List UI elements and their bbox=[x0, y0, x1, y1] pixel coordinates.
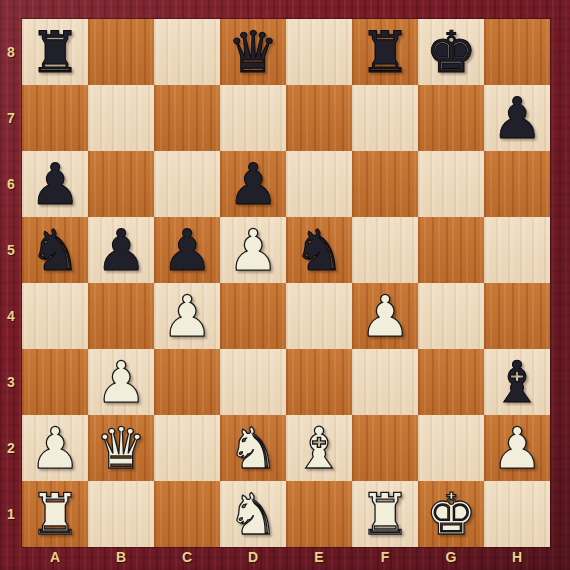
file-label-g: G bbox=[418, 546, 484, 570]
piece-white-rook-f1[interactable]: ♜ bbox=[359, 482, 410, 546]
square-b6[interactable] bbox=[88, 151, 154, 217]
piece-black-rook-a8[interactable]: ♜ bbox=[29, 20, 80, 84]
square-h5[interactable] bbox=[484, 217, 550, 283]
piece-white-rook-a1[interactable]: ♜ bbox=[29, 482, 80, 546]
rank-label-4: 4 bbox=[0, 283, 22, 349]
piece-white-queen-b2[interactable]: ♛ bbox=[95, 416, 146, 480]
square-c8[interactable] bbox=[154, 19, 220, 85]
square-d3[interactable] bbox=[220, 349, 286, 415]
piece-black-knight-e5[interactable]: ♞ bbox=[293, 218, 344, 282]
square-c1[interactable] bbox=[154, 481, 220, 547]
piece-black-pawn-a6[interactable]: ♟ bbox=[29, 152, 80, 216]
chess-board: ♜♛♜♚♟♟♟♞♟♟♟♞♟♟♟♝♟♛♞♝♟♜♞♜♚ bbox=[22, 19, 550, 547]
square-d2[interactable]: ♞ bbox=[220, 415, 286, 481]
square-h3[interactable]: ♝ bbox=[484, 349, 550, 415]
rank-label-3: 3 bbox=[0, 349, 22, 415]
file-label-b: B bbox=[88, 546, 154, 570]
square-f7[interactable] bbox=[352, 85, 418, 151]
file-label-a: A bbox=[22, 546, 88, 570]
square-d1[interactable]: ♞ bbox=[220, 481, 286, 547]
square-c6[interactable] bbox=[154, 151, 220, 217]
piece-white-pawn-a2[interactable]: ♟ bbox=[29, 416, 80, 480]
rank-label-6: 6 bbox=[0, 151, 22, 217]
square-f6[interactable] bbox=[352, 151, 418, 217]
square-c5[interactable]: ♟ bbox=[154, 217, 220, 283]
square-a8[interactable]: ♜ bbox=[22, 19, 88, 85]
square-e5[interactable]: ♞ bbox=[286, 217, 352, 283]
square-g3[interactable] bbox=[418, 349, 484, 415]
rank-label-8: 8 bbox=[0, 19, 22, 85]
square-a3[interactable] bbox=[22, 349, 88, 415]
square-f3[interactable] bbox=[352, 349, 418, 415]
square-d4[interactable] bbox=[220, 283, 286, 349]
square-e8[interactable] bbox=[286, 19, 352, 85]
square-d8[interactable]: ♛ bbox=[220, 19, 286, 85]
file-label-d: D bbox=[220, 546, 286, 570]
piece-black-king-g8[interactable]: ♚ bbox=[425, 20, 476, 84]
square-g6[interactable] bbox=[418, 151, 484, 217]
piece-black-bishop-h3[interactable]: ♝ bbox=[491, 350, 542, 414]
file-label-h: H bbox=[484, 546, 550, 570]
square-f8[interactable]: ♜ bbox=[352, 19, 418, 85]
piece-white-knight-d1[interactable]: ♞ bbox=[227, 482, 278, 546]
piece-black-queen-d8[interactable]: ♛ bbox=[227, 20, 278, 84]
square-d5[interactable]: ♟ bbox=[220, 217, 286, 283]
piece-black-rook-f8[interactable]: ♜ bbox=[359, 20, 410, 84]
piece-black-pawn-b5[interactable]: ♟ bbox=[95, 218, 146, 282]
square-e3[interactable] bbox=[286, 349, 352, 415]
square-g5[interactable] bbox=[418, 217, 484, 283]
file-label-c: C bbox=[154, 546, 220, 570]
square-a2[interactable]: ♟ bbox=[22, 415, 88, 481]
square-a6[interactable]: ♟ bbox=[22, 151, 88, 217]
rank-label-2: 2 bbox=[0, 415, 22, 481]
square-c4[interactable]: ♟ bbox=[154, 283, 220, 349]
square-g2[interactable] bbox=[418, 415, 484, 481]
square-b8[interactable] bbox=[88, 19, 154, 85]
square-e6[interactable] bbox=[286, 151, 352, 217]
square-h8[interactable] bbox=[484, 19, 550, 85]
rank-label-7: 7 bbox=[0, 85, 22, 151]
square-h2[interactable]: ♟ bbox=[484, 415, 550, 481]
square-f2[interactable] bbox=[352, 415, 418, 481]
square-c2[interactable] bbox=[154, 415, 220, 481]
square-h1[interactable] bbox=[484, 481, 550, 547]
piece-white-pawn-d5[interactable]: ♟ bbox=[227, 218, 278, 282]
square-g8[interactable]: ♚ bbox=[418, 19, 484, 85]
square-g1[interactable]: ♚ bbox=[418, 481, 484, 547]
square-f5[interactable] bbox=[352, 217, 418, 283]
rank-label-5: 5 bbox=[0, 217, 22, 283]
square-b1[interactable] bbox=[88, 481, 154, 547]
piece-white-king-g1[interactable]: ♚ bbox=[425, 482, 476, 546]
square-e7[interactable] bbox=[286, 85, 352, 151]
rank-label-1: 1 bbox=[0, 481, 22, 547]
square-h7[interactable]: ♟ bbox=[484, 85, 550, 151]
piece-white-pawn-f4[interactable]: ♟ bbox=[359, 284, 410, 348]
piece-white-pawn-b3[interactable]: ♟ bbox=[95, 350, 146, 414]
square-b4[interactable] bbox=[88, 283, 154, 349]
piece-black-pawn-d6[interactable]: ♟ bbox=[227, 152, 278, 216]
square-h4[interactable] bbox=[484, 283, 550, 349]
square-g4[interactable] bbox=[418, 283, 484, 349]
square-c7[interactable] bbox=[154, 85, 220, 151]
square-d7[interactable] bbox=[220, 85, 286, 151]
square-e1[interactable] bbox=[286, 481, 352, 547]
square-e4[interactable] bbox=[286, 283, 352, 349]
square-e2[interactable]: ♝ bbox=[286, 415, 352, 481]
square-b5[interactable]: ♟ bbox=[88, 217, 154, 283]
piece-white-pawn-h2[interactable]: ♟ bbox=[491, 416, 542, 480]
piece-black-pawn-c5[interactable]: ♟ bbox=[161, 218, 212, 282]
piece-white-pawn-c4[interactable]: ♟ bbox=[161, 284, 212, 348]
square-a4[interactable] bbox=[22, 283, 88, 349]
piece-white-bishop-e2[interactable]: ♝ bbox=[293, 416, 344, 480]
square-g7[interactable] bbox=[418, 85, 484, 151]
square-d6[interactable]: ♟ bbox=[220, 151, 286, 217]
square-f4[interactable]: ♟ bbox=[352, 283, 418, 349]
square-c3[interactable] bbox=[154, 349, 220, 415]
piece-white-knight-d2[interactable]: ♞ bbox=[227, 416, 278, 480]
square-a5[interactable]: ♞ bbox=[22, 217, 88, 283]
square-b7[interactable] bbox=[88, 85, 154, 151]
file-labels: A B C D E F G H bbox=[22, 546, 550, 570]
square-b2[interactable]: ♛ bbox=[88, 415, 154, 481]
piece-black-pawn-h7[interactable]: ♟ bbox=[491, 86, 542, 150]
file-label-e: E bbox=[286, 546, 352, 570]
square-a7[interactable] bbox=[22, 85, 88, 151]
square-a1[interactable]: ♜ bbox=[22, 481, 88, 547]
square-h6[interactable] bbox=[484, 151, 550, 217]
piece-black-knight-a5[interactable]: ♞ bbox=[29, 218, 80, 282]
rank-labels: 8 7 6 5 4 3 2 1 bbox=[0, 19, 22, 547]
square-b3[interactable]: ♟ bbox=[88, 349, 154, 415]
board-frame: ♜♛♜♚♟♟♟♞♟♟♟♞♟♟♟♝♟♛♞♝♟♜♞♜♚ 8 7 6 5 4 3 2 … bbox=[0, 0, 570, 570]
square-f1[interactable]: ♜ bbox=[352, 481, 418, 547]
file-label-f: F bbox=[352, 546, 418, 570]
